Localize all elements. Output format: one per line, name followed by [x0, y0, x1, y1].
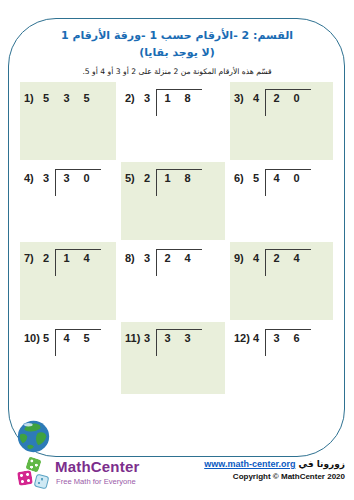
- division-problem-7: 7)214: [20, 242, 116, 276]
- problem-number: 8): [125, 252, 143, 264]
- dividend-digit: 4: [83, 252, 90, 264]
- problem-cell-3: 3)420: [230, 82, 333, 160]
- long-division-bracket: 45: [55, 329, 101, 356]
- long-division-bracket: 20: [265, 89, 311, 116]
- problem-cell-12: 12)436: [230, 322, 333, 394]
- problem-number: 4): [24, 172, 42, 184]
- worksheet-title-line1: القسم: 2 -الأرقام حسب 1 -ورقة الأرقام 1: [30, 27, 324, 44]
- worksheet-header: القسم: 2 -الأرقام حسب 1 -ورقة الأرقام 1 …: [30, 27, 324, 76]
- divisor-digit: 4: [252, 332, 260, 344]
- divisor-digit: 4: [252, 92, 260, 104]
- divisor-digit: 3: [42, 172, 50, 184]
- division-problem-4: 4)330: [20, 162, 116, 196]
- divisor-digit: 2: [42, 252, 50, 264]
- division-problem-5: 5)218: [121, 162, 225, 196]
- website-link[interactable]: www.math-center.org: [204, 459, 295, 469]
- brand-name: MathCenter: [55, 458, 140, 475]
- division-problem-8: 8)324: [121, 242, 225, 276]
- dividend-digit: 4: [63, 332, 70, 344]
- problem-cell-6: 6)540: [230, 162, 333, 240]
- brand-tagline: Free Math for Everyone: [56, 477, 136, 486]
- earth-globe-icon: [17, 420, 50, 453]
- problem-number: 10): [24, 332, 42, 344]
- problem-number: 2): [125, 92, 143, 104]
- divisor-digit: 5: [42, 92, 50, 104]
- dividend-digit: 6: [293, 332, 300, 344]
- long-division-bracket: 18: [156, 89, 202, 116]
- dividend-digit: 3: [63, 172, 70, 184]
- problem-number: 9): [234, 252, 252, 264]
- divisor-digit: 4: [252, 252, 260, 264]
- problem-cell-1: 1)535: [20, 82, 116, 160]
- dividend-digit: 1: [164, 92, 171, 104]
- problem-number: 1): [24, 92, 42, 104]
- divisor-digit: 2: [143, 172, 151, 184]
- dividend-digit: 1: [63, 252, 70, 264]
- divisor-digit: 3: [143, 92, 151, 104]
- long-division-bracket: 24: [156, 249, 202, 276]
- dividend-digit: 0: [293, 172, 300, 184]
- visit-us-line: زورونا في www.math-center.org: [204, 459, 345, 469]
- worksheet-instruction: قسّم هذه الأرقام المكونة من 2 منزلة على …: [30, 67, 324, 76]
- problem-number: 7): [24, 252, 42, 264]
- long-division-bracket: 40: [265, 169, 311, 196]
- long-division-bracket: 24: [265, 249, 311, 276]
- problem-cell-9: 9)424: [230, 242, 333, 320]
- divisor-digit: 3: [143, 332, 151, 344]
- problem-number: 11): [125, 332, 143, 344]
- divisor-digit: 3: [143, 252, 151, 264]
- long-division-bracket: 14: [55, 249, 101, 276]
- dividend-digit: 1: [164, 172, 171, 184]
- problem-cell-5: 5)218: [121, 162, 225, 240]
- problem-cell-2: 2)318: [121, 82, 225, 160]
- dividend-digit: 4: [273, 172, 280, 184]
- long-division-bracket: 33: [156, 329, 202, 356]
- division-problem-12: 12)436: [230, 322, 333, 356]
- dividend-digit: 2: [273, 92, 280, 104]
- divisor-digit: 5: [42, 332, 50, 344]
- dividend-digit: 4: [184, 252, 191, 264]
- dividend-digit: 4: [293, 252, 300, 264]
- problems-grid: 1)5352)3183)4204)3305)2186)5407)2148)324…: [20, 82, 333, 394]
- problem-cell-4: 4)330: [20, 162, 116, 240]
- division-problem-9: 9)424: [230, 242, 333, 276]
- dividend-digit: 5: [83, 92, 90, 104]
- problem-number: 12): [234, 332, 252, 344]
- division-problem-6: 6)540: [230, 162, 333, 196]
- dividend-digit: 0: [293, 92, 300, 104]
- problem-cell-10: 10)545: [20, 322, 116, 394]
- problem-number: 5): [125, 172, 143, 184]
- problem-number: 3): [234, 92, 252, 104]
- dividend-digit: 2: [273, 252, 280, 264]
- dividend-digit: 8: [184, 92, 191, 104]
- problem-cell-7: 7)214: [20, 242, 116, 320]
- long-division-bracket: 30: [55, 169, 101, 196]
- copyright-text: Copyright © MathCenter 2020: [204, 472, 345, 481]
- pink-die-icon: [17, 470, 33, 486]
- problem-number: 6): [234, 172, 252, 184]
- division-problem-10: 10)545: [20, 322, 116, 356]
- problem-cell-11: 11)333: [121, 322, 225, 394]
- long-division-bracket: 36: [265, 329, 311, 356]
- division-problem-1: 1)535: [20, 82, 116, 116]
- dividend-digit: 3: [164, 332, 171, 344]
- division-problem-2: 2)318: [121, 82, 225, 116]
- divisor-digit: 5: [252, 172, 260, 184]
- dividend-digit: 3: [273, 332, 280, 344]
- long-division-bracket: 18: [156, 169, 202, 196]
- footer-right: زورونا في www.math-center.org Copyright …: [204, 459, 345, 481]
- dividend-digit: 0: [83, 172, 90, 184]
- missing-division-bracket: 35: [55, 89, 101, 116]
- dividend-digit: 8: [184, 172, 191, 184]
- dividend-digit: 3: [63, 92, 70, 104]
- visit-us-text: زورونا في: [299, 459, 345, 469]
- division-problem-11: 11)333: [121, 322, 225, 356]
- blue-die-icon: [34, 474, 50, 490]
- worksheet-title-line2: (لا يوجد بقايا): [30, 44, 324, 61]
- problem-cell-8: 8)324: [121, 242, 225, 320]
- dividend-digit: 5: [83, 332, 90, 344]
- mathcenter-dice-logo: [18, 458, 50, 491]
- division-problem-3: 3)420: [230, 82, 333, 116]
- dividend-digit: 3: [184, 332, 191, 344]
- dividend-digit: 2: [164, 252, 171, 264]
